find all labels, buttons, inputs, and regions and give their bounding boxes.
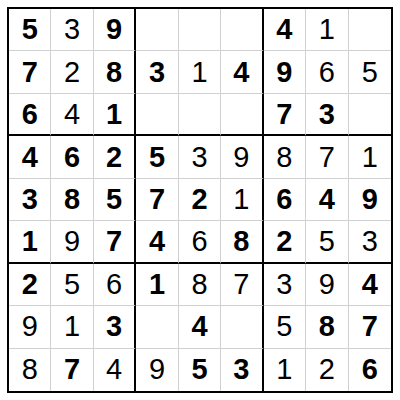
cell-r9c4[interactable]: 9 xyxy=(136,349,178,391)
given-digit: 1 xyxy=(106,100,122,129)
cell-r8c3[interactable]: 3 xyxy=(94,306,136,348)
digit: 8 xyxy=(22,355,38,384)
digit: 9 xyxy=(149,355,165,384)
cell-r6c9[interactable]: 3 xyxy=(349,221,391,263)
given-digit: 2 xyxy=(191,185,207,214)
given-digit: 4 xyxy=(191,312,207,341)
cell-r3c6[interactable] xyxy=(221,94,263,136)
digit: 3 xyxy=(362,227,378,256)
cell-r5c6[interactable]: 1 xyxy=(221,179,263,221)
digit: 1 xyxy=(233,185,249,214)
given-digit: 4 xyxy=(22,143,38,172)
cell-r3c5[interactable] xyxy=(179,94,221,136)
cell-r5c9[interactable]: 9 xyxy=(349,179,391,221)
cell-r4c2[interactable]: 6 xyxy=(51,136,93,178)
given-digit: 4 xyxy=(149,227,165,256)
given-digit: 2 xyxy=(22,270,38,299)
given-digit: 3 xyxy=(22,185,38,214)
given-digit: 5 xyxy=(106,185,122,214)
cell-r3c2[interactable]: 4 xyxy=(51,94,93,136)
cell-r1c6[interactable] xyxy=(221,9,263,51)
digit: 9 xyxy=(22,312,38,341)
cell-r5c4[interactable]: 7 xyxy=(136,179,178,221)
cell-r4c7[interactable]: 8 xyxy=(264,136,306,178)
digit: 1 xyxy=(191,58,207,87)
cell-r7c2[interactable]: 5 xyxy=(51,264,93,306)
cell-r4c3[interactable]: 2 xyxy=(94,136,136,178)
given-digit: 9 xyxy=(276,58,292,87)
cell-r5c7[interactable]: 6 xyxy=(264,179,306,221)
cell-r9c2[interactable]: 7 xyxy=(51,349,93,391)
given-digit: 4 xyxy=(362,270,378,299)
cell-r6c3[interactable]: 7 xyxy=(94,221,136,263)
cell-r3c3[interactable]: 1 xyxy=(94,94,136,136)
sudoku-page: 5394172831496564173462539871385721649197… xyxy=(0,0,400,400)
given-digit: 3 xyxy=(233,355,249,384)
cell-r7c6[interactable]: 7 xyxy=(221,264,263,306)
cell-r5c5[interactable]: 2 xyxy=(179,179,221,221)
digit: 1 xyxy=(276,355,292,384)
given-digit: 1 xyxy=(22,227,38,256)
cell-r2c6[interactable]: 4 xyxy=(221,51,263,93)
cell-r4c5[interactable]: 3 xyxy=(179,136,221,178)
cell-r7c5[interactable]: 8 xyxy=(179,264,221,306)
cell-r5c1[interactable]: 3 xyxy=(9,179,51,221)
given-digit: 6 xyxy=(276,185,292,214)
cell-r7c1[interactable]: 2 xyxy=(9,264,51,306)
cell-r5c3[interactable]: 5 xyxy=(94,179,136,221)
digit: 1 xyxy=(362,143,378,172)
cell-r1c7[interactable]: 4 xyxy=(264,9,306,51)
cell-r9c7[interactable]: 1 xyxy=(264,349,306,391)
given-digit: 7 xyxy=(22,58,38,87)
given-digit: 4 xyxy=(233,58,249,87)
cell-r8c5[interactable]: 4 xyxy=(179,306,221,348)
cell-r1c8[interactable]: 1 xyxy=(306,9,348,51)
cell-r5c2[interactable]: 8 xyxy=(51,179,93,221)
cell-r1c1[interactable]: 5 xyxy=(9,9,51,51)
cell-r8c4[interactable] xyxy=(136,306,178,348)
digit: 1 xyxy=(64,312,80,341)
given-digit: 8 xyxy=(64,185,80,214)
given-digit: 7 xyxy=(64,355,80,384)
cell-r8c7[interactable]: 5 xyxy=(264,306,306,348)
given-digit: 9 xyxy=(362,185,378,214)
cell-r3c4[interactable] xyxy=(136,94,178,136)
given-digit: 1 xyxy=(149,270,165,299)
given-digit: 7 xyxy=(149,185,165,214)
cell-r9c1[interactable]: 8 xyxy=(9,349,51,391)
digit: 5 xyxy=(319,227,335,256)
given-digit: 4 xyxy=(319,185,335,214)
cell-r2c7[interactable]: 9 xyxy=(264,51,306,93)
cell-r2c1[interactable]: 7 xyxy=(9,51,51,93)
cell-r5c8[interactable]: 4 xyxy=(306,179,348,221)
cell-r1c9[interactable] xyxy=(349,9,391,51)
cell-r3c8[interactable]: 3 xyxy=(306,94,348,136)
cell-r3c7[interactable]: 7 xyxy=(264,94,306,136)
digit: 6 xyxy=(191,227,207,256)
given-digit: 5 xyxy=(22,15,38,44)
digit: 2 xyxy=(64,58,80,87)
cell-r6c7[interactable]: 2 xyxy=(264,221,306,263)
given-digit: 8 xyxy=(319,312,335,341)
cell-r2c3[interactable]: 8 xyxy=(94,51,136,93)
digit: 3 xyxy=(191,143,207,172)
cell-r7c3[interactable]: 6 xyxy=(94,264,136,306)
digit: 9 xyxy=(233,143,249,172)
cell-r4c4[interactable]: 5 xyxy=(136,136,178,178)
digit: 5 xyxy=(362,58,378,87)
cell-r4c6[interactable]: 9 xyxy=(221,136,263,178)
cell-r2c9[interactable]: 5 xyxy=(349,51,391,93)
cell-r1c5[interactable] xyxy=(179,9,221,51)
digit: 4 xyxy=(64,100,80,129)
given-digit: 6 xyxy=(64,143,80,172)
cell-r6c2[interactable]: 9 xyxy=(51,221,93,263)
given-digit: 2 xyxy=(106,143,122,172)
given-digit: 7 xyxy=(106,227,122,256)
cell-r2c8[interactable]: 6 xyxy=(306,51,348,93)
digit: 6 xyxy=(319,58,335,87)
cell-r1c3[interactable]: 9 xyxy=(94,9,136,51)
given-digit: 4 xyxy=(276,15,292,44)
cell-r2c4[interactable]: 3 xyxy=(136,51,178,93)
given-digit: 5 xyxy=(191,355,207,384)
digit: 7 xyxy=(233,270,249,299)
cell-r2c2[interactable]: 2 xyxy=(51,51,93,93)
digit: 8 xyxy=(276,143,292,172)
given-digit: 3 xyxy=(319,100,335,129)
cell-r8c6[interactable] xyxy=(221,306,263,348)
cell-r7c4[interactable]: 1 xyxy=(136,264,178,306)
digit: 5 xyxy=(276,312,292,341)
given-digit: 3 xyxy=(106,312,122,341)
cell-r9c3[interactable]: 4 xyxy=(94,349,136,391)
cell-r6c8[interactable]: 5 xyxy=(306,221,348,263)
cell-r8c9[interactable]: 7 xyxy=(349,306,391,348)
given-digit: 9 xyxy=(106,15,122,44)
given-digit: 8 xyxy=(233,227,249,256)
digit: 9 xyxy=(64,227,80,256)
digit: 8 xyxy=(191,270,207,299)
cell-r4c1[interactable]: 4 xyxy=(9,136,51,178)
given-digit: 5 xyxy=(149,143,165,172)
cell-r4c8[interactable]: 7 xyxy=(306,136,348,178)
cell-r3c9[interactable] xyxy=(349,94,391,136)
given-digit: 3 xyxy=(149,58,165,87)
cell-r4c9[interactable]: 1 xyxy=(349,136,391,178)
digit: 9 xyxy=(319,270,335,299)
cell-r6c1[interactable]: 1 xyxy=(9,221,51,263)
given-digit: 7 xyxy=(362,312,378,341)
cell-r3c1[interactable]: 6 xyxy=(9,94,51,136)
cell-r9c9[interactable]: 6 xyxy=(349,349,391,391)
cell-r9c8[interactable]: 2 xyxy=(306,349,348,391)
given-digit: 6 xyxy=(362,355,378,384)
cell-r8c2[interactable]: 1 xyxy=(51,306,93,348)
digit: 6 xyxy=(106,270,122,299)
digit: 2 xyxy=(319,355,335,384)
cell-r7c8[interactable]: 9 xyxy=(306,264,348,306)
digit: 3 xyxy=(64,15,80,44)
sudoku-board: 5394172831496564173462539871385721649197… xyxy=(7,7,393,393)
cell-r6c6[interactable]: 8 xyxy=(221,221,263,263)
digit: 5 xyxy=(64,270,80,299)
digit: 7 xyxy=(319,143,335,172)
cell-r9c5[interactable]: 5 xyxy=(179,349,221,391)
cell-r1c2[interactable]: 3 xyxy=(51,9,93,51)
cell-r9c6[interactable]: 3 xyxy=(221,349,263,391)
given-digit: 2 xyxy=(276,227,292,256)
digit: 1 xyxy=(319,15,335,44)
given-digit: 8 xyxy=(106,58,122,87)
digit: 4 xyxy=(106,355,122,384)
cell-r8c8[interactable]: 8 xyxy=(306,306,348,348)
cell-r1c4[interactable] xyxy=(136,9,178,51)
cell-r6c4[interactable]: 4 xyxy=(136,221,178,263)
cell-r7c9[interactable]: 4 xyxy=(349,264,391,306)
given-digit: 6 xyxy=(22,100,38,129)
digit: 3 xyxy=(276,270,292,299)
cell-r8c1[interactable]: 9 xyxy=(9,306,51,348)
cell-r7c7[interactable]: 3 xyxy=(264,264,306,306)
given-digit: 7 xyxy=(276,100,292,129)
cell-r6c5[interactable]: 6 xyxy=(179,221,221,263)
cell-r2c5[interactable]: 1 xyxy=(179,51,221,93)
